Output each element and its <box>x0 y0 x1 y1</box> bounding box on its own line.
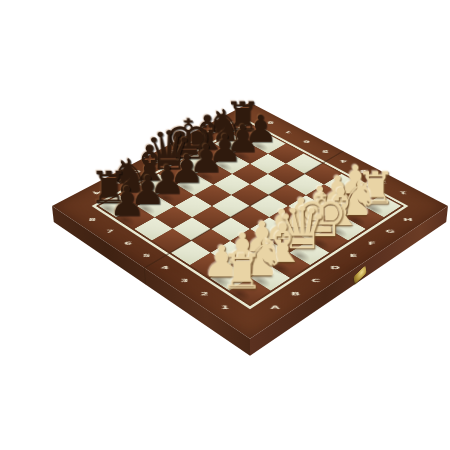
coordinate-label: 1 <box>216 304 234 311</box>
coordinate-label: 1 <box>395 190 412 195</box>
coordinate-label: B <box>287 290 305 297</box>
coordinate-label: 2 <box>195 290 213 297</box>
coordinate-label: C <box>129 169 145 174</box>
coordinate-label: H <box>222 120 237 125</box>
coordinate-label: 7 <box>101 228 118 234</box>
piece-glyph: ♜ <box>90 166 130 210</box>
square-a8 <box>99 195 137 217</box>
coordinate-label: A <box>266 304 284 311</box>
product-photo-scene: 87654321 87654321 HGFEDCBA HGFEDCBA ♜♞♟♝… <box>0 0 450 450</box>
coordinate-label: 7 <box>281 130 296 135</box>
coordinate-label: 5 <box>317 149 332 154</box>
coordinate-label: G <box>381 228 398 234</box>
coordinate-label: E <box>167 149 182 154</box>
coordinate-label: 8 <box>84 217 101 223</box>
coordinate-label: 3 <box>176 277 194 283</box>
coordinate-label: 5 <box>138 252 155 258</box>
coordinate-label: 3 <box>355 169 371 174</box>
coordinate-label: 8 <box>264 120 279 125</box>
coordinate-label: F <box>363 240 380 246</box>
coordinate-label: F <box>186 139 201 144</box>
coordinate-label: A <box>89 190 106 195</box>
coordinate-label: 6 <box>119 240 136 246</box>
coordinate-label: 2 <box>375 179 391 184</box>
coordinate-label: 4 <box>156 265 174 271</box>
coordinate-label: D <box>148 159 164 164</box>
coordinate-label: B <box>109 179 125 184</box>
coordinate-label: 6 <box>299 139 314 144</box>
clasp <box>354 265 367 284</box>
square-h1 <box>363 195 401 217</box>
coordinate-label: C <box>307 277 325 283</box>
coordinate-label: 4 <box>336 159 352 164</box>
board-frame: 87654321 87654321 HGFEDCBA HGFEDCBA ♜♞♟♝… <box>52 102 448 338</box>
playing-area: ♜♞♟♝♟♚♟♛♟♝♟♞♟♟♜♟♟♜♟♟♞♟♝♟♚♟♛♟♝♟♞♜ <box>92 121 409 309</box>
coordinate-label: D <box>326 265 344 271</box>
hinge-seam-side <box>144 268 146 285</box>
chess-board: 87654321 87654321 HGFEDCBA HGFEDCBA ♜♞♟♝… <box>52 102 448 338</box>
coordinate-label: E <box>345 252 362 258</box>
coordinate-label: H <box>399 217 416 223</box>
coordinate-label: G <box>204 130 219 135</box>
